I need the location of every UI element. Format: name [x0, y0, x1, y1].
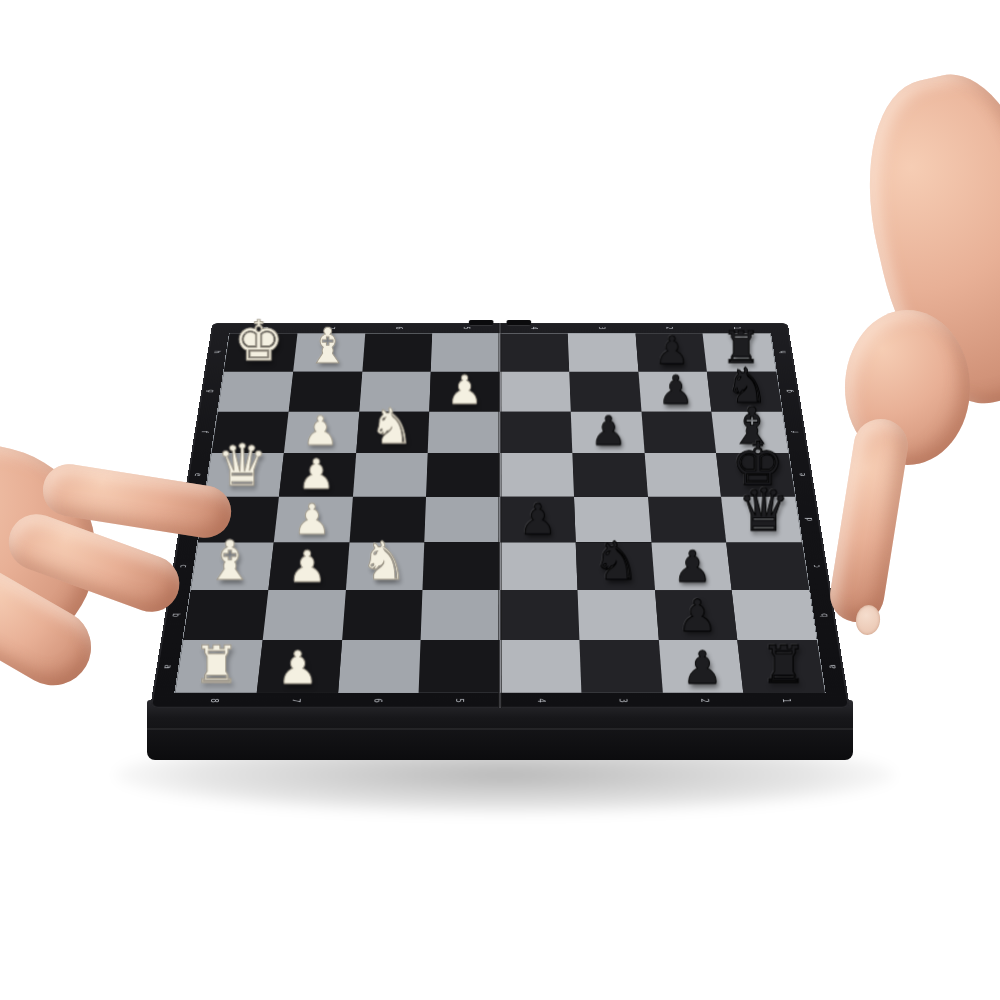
white-knight-c3[interactable]: ♞ [361, 535, 408, 588]
square-c5[interactable] [500, 542, 577, 590]
black-pawn-b7[interactable]: ♟ [678, 593, 718, 638]
left-hand [0, 415, 290, 685]
square-c3[interactable]: ♞ [345, 542, 424, 590]
square-f2[interactable]: ♟ [284, 412, 359, 454]
square-e4[interactable] [426, 453, 500, 497]
square-d4[interactable] [425, 497, 500, 543]
folded-board-side [147, 700, 853, 760]
square-f5[interactable] [500, 412, 572, 454]
black-queen-d8[interactable]: ♛ [737, 481, 790, 540]
square-d5[interactable]: ♟ [500, 497, 575, 543]
square-c7[interactable]: ♟ [651, 542, 732, 590]
square-e7[interactable] [644, 453, 721, 497]
coordinate-label: 6 [390, 310, 407, 347]
coordinate-label: h [748, 348, 818, 355]
white-pawn-e2[interactable]: ♟ [297, 453, 334, 494]
square-e6[interactable] [572, 453, 647, 497]
square-f4[interactable] [428, 412, 500, 454]
white-pawn-f2[interactable]: ♟ [302, 411, 338, 452]
square-g6[interactable] [569, 372, 641, 412]
square-g7[interactable]: ♟ [638, 372, 712, 412]
square-f7[interactable] [641, 412, 716, 454]
square-b5[interactable] [500, 590, 579, 640]
square-b4[interactable] [421, 590, 500, 640]
square-b7[interactable]: ♟ [655, 590, 738, 640]
fold-seam [147, 728, 853, 730]
black-pawn-f6[interactable]: ♟ [590, 411, 626, 452]
black-pawn-d5[interactable]: ♟ [519, 498, 557, 540]
coordinate-label: 6 [367, 674, 388, 729]
coordinate-label: 4 [531, 674, 550, 729]
coordinate-label: 4 [526, 310, 542, 347]
square-e5[interactable] [500, 453, 574, 497]
black-pawn-c7[interactable]: ♟ [674, 544, 713, 587]
coordinate-label: 5 [450, 674, 469, 729]
coordinate-label: 2 [660, 310, 678, 347]
coordinate-label: h [182, 348, 252, 355]
white-pawn-g4[interactable]: ♟ [447, 370, 483, 410]
coordinate-label: 5 [458, 310, 474, 347]
square-g5[interactable] [500, 372, 571, 412]
right-hand [820, 60, 1000, 660]
square-e3[interactable] [352, 453, 427, 497]
coordinate-label: g [754, 387, 825, 395]
square-d7[interactable] [648, 497, 727, 543]
coordinate-label: g [175, 387, 246, 395]
square-b6[interactable] [577, 590, 658, 640]
white-knight-f3[interactable]: ♞ [370, 402, 414, 451]
square-f6[interactable]: ♟ [571, 412, 645, 454]
coordinate-label: 3 [593, 310, 610, 347]
square-g2[interactable] [288, 372, 362, 412]
white-pawn-c2[interactable]: ♟ [288, 544, 327, 587]
white-pawn-d2[interactable]: ♟ [292, 498, 330, 540]
black-knight-c6[interactable]: ♞ [592, 535, 639, 588]
black-pawn-g7[interactable]: ♟ [658, 370, 694, 410]
square-e2[interactable]: ♟ [279, 453, 356, 497]
photo-stage: ♚♝♟♜♟♟♞♟♞♟♝♛♟♚♟♟♛♝♟♞♞♟♟♜♟♟♜ 87654321 876… [0, 0, 1000, 1000]
square-g4[interactable]: ♟ [429, 372, 500, 412]
coordinate-label: 3 [612, 674, 633, 729]
square-c6[interactable]: ♞ [575, 542, 654, 590]
square-b3[interactable] [342, 590, 423, 640]
right-index-finger [826, 415, 911, 626]
square-f3[interactable]: ♞ [356, 412, 430, 454]
square-c4[interactable] [423, 542, 500, 590]
coordinate-label: a [792, 662, 874, 672]
